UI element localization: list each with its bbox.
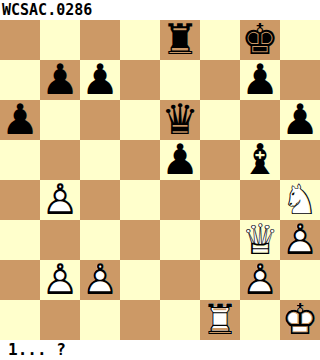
piece-black-rook[interactable]: ♜ xyxy=(160,20,200,60)
square-a6[interactable]: ♟ xyxy=(0,100,40,140)
black-pawn-icon: ♟ xyxy=(240,60,280,100)
piece-white-queen[interactable]: ♛♕ xyxy=(240,220,280,260)
piece-white-knight[interactable]: ♞♘ xyxy=(280,180,320,220)
black-pawn-icon: ♟ xyxy=(280,100,320,140)
piece-white-pawn[interactable]: ♟♙ xyxy=(80,260,120,300)
piece-black-pawn[interactable]: ♟ xyxy=(40,60,80,100)
white-pawn-icon: ♙ xyxy=(40,180,80,220)
square-a7[interactable] xyxy=(0,60,40,100)
square-a2[interactable] xyxy=(0,260,40,300)
square-c5[interactable] xyxy=(80,140,120,180)
square-b2[interactable]: ♟♙ xyxy=(40,260,80,300)
square-c3[interactable] xyxy=(80,220,120,260)
piece-black-bishop[interactable]: ♝ xyxy=(240,140,280,180)
piece-white-pawn[interactable]: ♟♙ xyxy=(40,180,80,220)
square-h3[interactable]: ♟♙ xyxy=(280,220,320,260)
black-bishop-icon: ♝ xyxy=(240,140,280,180)
square-h6[interactable]: ♟ xyxy=(280,100,320,140)
square-e6[interactable]: ♛ xyxy=(160,100,200,140)
white-king-icon: ♔ xyxy=(280,300,320,340)
square-g6[interactable] xyxy=(240,100,280,140)
square-d7[interactable] xyxy=(120,60,160,100)
white-pawn-icon: ♙ xyxy=(80,260,120,300)
black-rook-icon: ♜ xyxy=(160,20,200,60)
square-a8[interactable] xyxy=(0,20,40,60)
black-pawn-icon: ♟ xyxy=(80,60,120,100)
square-g5[interactable]: ♝ xyxy=(240,140,280,180)
piece-white-king[interactable]: ♚♔ xyxy=(280,300,320,340)
square-b5[interactable] xyxy=(40,140,80,180)
square-e5[interactable]: ♟ xyxy=(160,140,200,180)
square-f4[interactable] xyxy=(200,180,240,220)
piece-black-pawn[interactable]: ♟ xyxy=(160,140,200,180)
square-d5[interactable] xyxy=(120,140,160,180)
square-h8[interactable] xyxy=(280,20,320,60)
black-pawn-icon: ♟ xyxy=(160,140,200,180)
square-c4[interactable] xyxy=(80,180,120,220)
square-b1[interactable] xyxy=(40,300,80,340)
piece-white-pawn[interactable]: ♟♙ xyxy=(240,260,280,300)
square-a5[interactable] xyxy=(0,140,40,180)
white-queen-icon: ♕ xyxy=(240,220,280,260)
square-f3[interactable] xyxy=(200,220,240,260)
white-pawn-icon: ♙ xyxy=(40,260,80,300)
square-b4[interactable]: ♟♙ xyxy=(40,180,80,220)
square-b3[interactable] xyxy=(40,220,80,260)
piece-black-king[interactable]: ♚ xyxy=(240,20,280,60)
square-g2[interactable]: ♟♙ xyxy=(240,260,280,300)
piece-black-pawn[interactable]: ♟ xyxy=(80,60,120,100)
square-d6[interactable] xyxy=(120,100,160,140)
square-g1[interactable] xyxy=(240,300,280,340)
square-c2[interactable]: ♟♙ xyxy=(80,260,120,300)
move-prompt: 1... ? xyxy=(0,340,320,360)
square-e4[interactable] xyxy=(160,180,200,220)
square-c6[interactable] xyxy=(80,100,120,140)
black-king-icon: ♚ xyxy=(240,20,280,60)
piece-black-pawn[interactable]: ♟ xyxy=(280,100,320,140)
chess-board: ♜♚♟♟♟♟♛♟♟♝♟♙♞♘♛♕♟♙♟♙♟♙♟♙♜♖♚♔ xyxy=(0,20,320,340)
square-c7[interactable]: ♟ xyxy=(80,60,120,100)
white-knight-icon: ♘ xyxy=(280,180,320,220)
square-a3[interactable] xyxy=(0,220,40,260)
black-pawn-icon: ♟ xyxy=(0,100,40,140)
square-e7[interactable] xyxy=(160,60,200,100)
square-d2[interactable] xyxy=(120,260,160,300)
square-f5[interactable] xyxy=(200,140,240,180)
square-e2[interactable] xyxy=(160,260,200,300)
black-queen-icon: ♛ xyxy=(160,100,200,140)
piece-white-pawn[interactable]: ♟♙ xyxy=(40,260,80,300)
square-b7[interactable]: ♟ xyxy=(40,60,80,100)
square-g3[interactable]: ♛♕ xyxy=(240,220,280,260)
piece-white-rook[interactable]: ♜♖ xyxy=(200,300,240,340)
white-rook-icon: ♖ xyxy=(200,300,240,340)
square-b6[interactable] xyxy=(40,100,80,140)
square-b8[interactable] xyxy=(40,20,80,60)
white-pawn-icon: ♙ xyxy=(240,260,280,300)
square-d4[interactable] xyxy=(120,180,160,220)
square-c1[interactable] xyxy=(80,300,120,340)
square-f7[interactable] xyxy=(200,60,240,100)
square-a4[interactable] xyxy=(0,180,40,220)
chess-app-window: WCSAC.0286 ♜♚♟♟♟♟♛♟♟♝♟♙♞♘♛♕♟♙♟♙♟♙♟♙♜♖♚♔ … xyxy=(0,0,320,360)
square-h4[interactable]: ♞♘ xyxy=(280,180,320,220)
square-g4[interactable] xyxy=(240,180,280,220)
piece-black-pawn[interactable]: ♟ xyxy=(240,60,280,100)
square-e8[interactable]: ♜ xyxy=(160,20,200,60)
white-pawn-icon: ♙ xyxy=(280,220,320,260)
square-h5[interactable] xyxy=(280,140,320,180)
square-h7[interactable] xyxy=(280,60,320,100)
square-d3[interactable] xyxy=(120,220,160,260)
square-f1[interactable]: ♜♖ xyxy=(200,300,240,340)
black-pawn-icon: ♟ xyxy=(40,60,80,100)
square-h1[interactable]: ♚♔ xyxy=(280,300,320,340)
square-a1[interactable] xyxy=(0,300,40,340)
piece-white-pawn[interactable]: ♟♙ xyxy=(280,220,320,260)
square-c8[interactable] xyxy=(80,20,120,60)
piece-black-pawn[interactable]: ♟ xyxy=(0,100,40,140)
square-f6[interactable] xyxy=(200,100,240,140)
square-h2[interactable] xyxy=(280,260,320,300)
square-d1[interactable] xyxy=(120,300,160,340)
square-d8[interactable] xyxy=(120,20,160,60)
square-g8[interactable]: ♚ xyxy=(240,20,280,60)
square-e3[interactable] xyxy=(160,220,200,260)
square-g7[interactable]: ♟ xyxy=(240,60,280,100)
square-f2[interactable] xyxy=(200,260,240,300)
square-e1[interactable] xyxy=(160,300,200,340)
piece-black-queen[interactable]: ♛ xyxy=(160,100,200,140)
square-f8[interactable] xyxy=(200,20,240,60)
